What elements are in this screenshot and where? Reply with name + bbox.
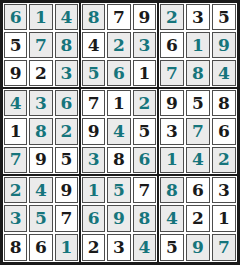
cell-r6c9[interactable]: 2 (212, 147, 236, 173)
cell-r8c1[interactable]: 3 (4, 205, 27, 232)
cell-r1c3[interactable]: 4 (55, 4, 78, 30)
cell-r7c9[interactable]: 3 (212, 177, 236, 204)
cell-r4c9[interactable]: 8 (212, 90, 236, 116)
cell-r2c4[interactable]: 4 (82, 32, 105, 58)
cell-r4c8[interactable]: 5 (186, 90, 210, 116)
cell-r1c9[interactable]: 5 (212, 4, 236, 30)
cell-r9c3[interactable]: 1 (55, 234, 78, 261)
cell-r4c3[interactable]: 6 (55, 90, 78, 116)
cell-r6c5[interactable]: 8 (107, 147, 130, 173)
cell-r3c7[interactable]: 7 (160, 60, 184, 86)
cell-r5c3[interactable]: 2 (55, 118, 78, 144)
sudoku-box-1: 614578923 (3, 3, 81, 89)
cell-r8c5[interactable]: 9 (107, 205, 130, 232)
sudoku-box-2: 879423561 (81, 3, 159, 89)
cell-r8c7[interactable]: 4 (160, 205, 184, 232)
cell-r3c5[interactable]: 6 (107, 60, 130, 86)
cell-r2c9[interactable]: 9 (212, 32, 236, 58)
cell-r7c1[interactable]: 2 (4, 177, 27, 204)
cell-r9c2[interactable]: 6 (29, 234, 52, 261)
cell-r6c3[interactable]: 5 (55, 147, 78, 173)
cell-r8c6[interactable]: 8 (133, 205, 156, 232)
cell-r4c5[interactable]: 1 (107, 90, 130, 116)
cell-r2c6[interactable]: 3 (133, 32, 156, 58)
cell-r1c7[interactable]: 2 (160, 4, 184, 30)
cell-r7c5[interactable]: 5 (107, 177, 130, 204)
cell-r5c4[interactable]: 9 (82, 118, 105, 144)
cell-r7c4[interactable]: 1 (82, 177, 105, 204)
cell-r8c3[interactable]: 7 (55, 205, 78, 232)
cell-r3c2[interactable]: 2 (29, 60, 52, 86)
cell-r1c6[interactable]: 9 (133, 4, 156, 30)
cell-r8c8[interactable]: 2 (186, 205, 210, 232)
cell-r2c2[interactable]: 7 (29, 32, 52, 58)
cell-r4c2[interactable]: 3 (29, 90, 52, 116)
sudoku-board: 6145789238794235612356197844361827957129… (0, 0, 240, 265)
cell-r1c2[interactable]: 1 (29, 4, 52, 30)
cell-r5c7[interactable]: 3 (160, 118, 184, 144)
cell-r9c4[interactable]: 2 (82, 234, 105, 261)
cell-r5c1[interactable]: 1 (4, 118, 27, 144)
cell-r6c6[interactable]: 6 (133, 147, 156, 173)
sudoku-box-9: 863421597 (159, 176, 237, 262)
cell-r7c3[interactable]: 9 (55, 177, 78, 204)
cell-r6c2[interactable]: 9 (29, 147, 52, 173)
cell-r2c1[interactable]: 5 (4, 32, 27, 58)
cell-r2c8[interactable]: 1 (186, 32, 210, 58)
sudoku-box-6: 958376142 (159, 89, 237, 175)
cell-r8c9[interactable]: 1 (212, 205, 236, 232)
cell-r4c6[interactable]: 2 (133, 90, 156, 116)
cell-r4c7[interactable]: 9 (160, 90, 184, 116)
cell-r3c4[interactable]: 5 (82, 60, 105, 86)
cell-r1c5[interactable]: 7 (107, 4, 130, 30)
cell-r2c3[interactable]: 8 (55, 32, 78, 58)
cell-r1c4[interactable]: 8 (82, 4, 105, 30)
cell-r5c2[interactable]: 8 (29, 118, 52, 144)
sudoku-box-8: 157698234 (81, 176, 159, 262)
cell-r5c9[interactable]: 6 (212, 118, 236, 144)
cell-r5c5[interactable]: 4 (107, 118, 130, 144)
cell-r7c7[interactable]: 8 (160, 177, 184, 204)
cell-r2c5[interactable]: 2 (107, 32, 130, 58)
cell-r9c9[interactable]: 7 (212, 234, 236, 261)
cell-r6c7[interactable]: 1 (160, 147, 184, 173)
cell-r5c6[interactable]: 5 (133, 118, 156, 144)
cell-r5c8[interactable]: 7 (186, 118, 210, 144)
cell-r9c6[interactable]: 4 (133, 234, 156, 261)
cell-r7c8[interactable]: 6 (186, 177, 210, 204)
cell-r1c1[interactable]: 6 (4, 4, 27, 30)
cell-r8c4[interactable]: 6 (82, 205, 105, 232)
cell-r3c8[interactable]: 8 (186, 60, 210, 86)
cell-r9c7[interactable]: 5 (160, 234, 184, 261)
cell-r7c6[interactable]: 7 (133, 177, 156, 204)
cell-r1c8[interactable]: 3 (186, 4, 210, 30)
sudoku-box-4: 436182795 (3, 89, 81, 175)
cell-r6c1[interactable]: 7 (4, 147, 27, 173)
cell-r3c1[interactable]: 9 (4, 60, 27, 86)
cell-r3c6[interactable]: 1 (133, 60, 156, 86)
cell-r2c7[interactable]: 6 (160, 32, 184, 58)
cell-r9c5[interactable]: 3 (107, 234, 130, 261)
cell-r3c9[interactable]: 4 (212, 60, 236, 86)
sudoku-box-7: 249357861 (3, 176, 81, 262)
cell-r7c2[interactable]: 4 (29, 177, 52, 204)
sudoku-box-5: 712945386 (81, 89, 159, 175)
cell-r4c4[interactable]: 7 (82, 90, 105, 116)
cell-r8c2[interactable]: 5 (29, 205, 52, 232)
cell-r6c8[interactable]: 4 (186, 147, 210, 173)
sudoku-box-3: 235619784 (159, 3, 237, 89)
cell-r9c1[interactable]: 8 (4, 234, 27, 261)
cell-r9c8[interactable]: 9 (186, 234, 210, 261)
cell-r3c3[interactable]: 3 (55, 60, 78, 86)
cell-r6c4[interactable]: 3 (82, 147, 105, 173)
cell-r4c1[interactable]: 4 (4, 90, 27, 116)
